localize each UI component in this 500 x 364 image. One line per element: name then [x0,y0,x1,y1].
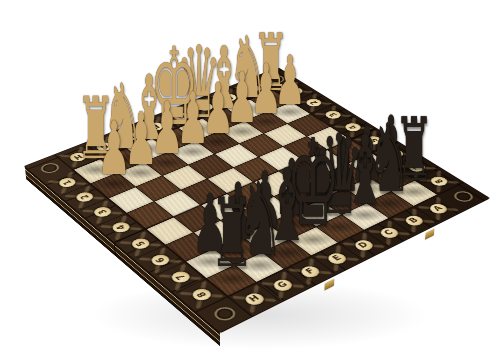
file-label-emblem: C [377,226,401,240]
rank-label-emblem: 4 [109,221,133,235]
rank-label-emblem: 6 [148,253,172,268]
file-label-emblem: G [270,277,295,293]
rank-label-emblem: 2 [303,98,324,109]
chess-set-photo: HGFEDCBA HGFEDCBA 12345678 12345678 ♜♞♝♛… [0,0,500,364]
rank-label-emblem: 5 [128,236,152,250]
rank-label-emblem: 7 [168,269,193,284]
rank-label-emblem: 8 [189,287,214,303]
piece-black-rook[interactable]: ♜ [210,189,254,280]
brass-clasp-icon [425,229,434,240]
file-label-emblem: B [402,214,426,228]
rank-label-emblem: 2 [73,191,96,204]
rank-label-emblem: 3 [91,205,114,219]
file-label-emblem: D [351,238,375,252]
file-label-emblem: F [298,264,323,279]
rank-label-emblem: 1 [56,176,78,189]
piece-white-pawn[interactable]: ♟ [97,115,131,185]
file-label-emblem: E [325,251,350,266]
brass-clasp-icon [325,279,335,291]
file-label-emblem: A [426,202,450,215]
file-label-emblem: H [242,291,267,307]
